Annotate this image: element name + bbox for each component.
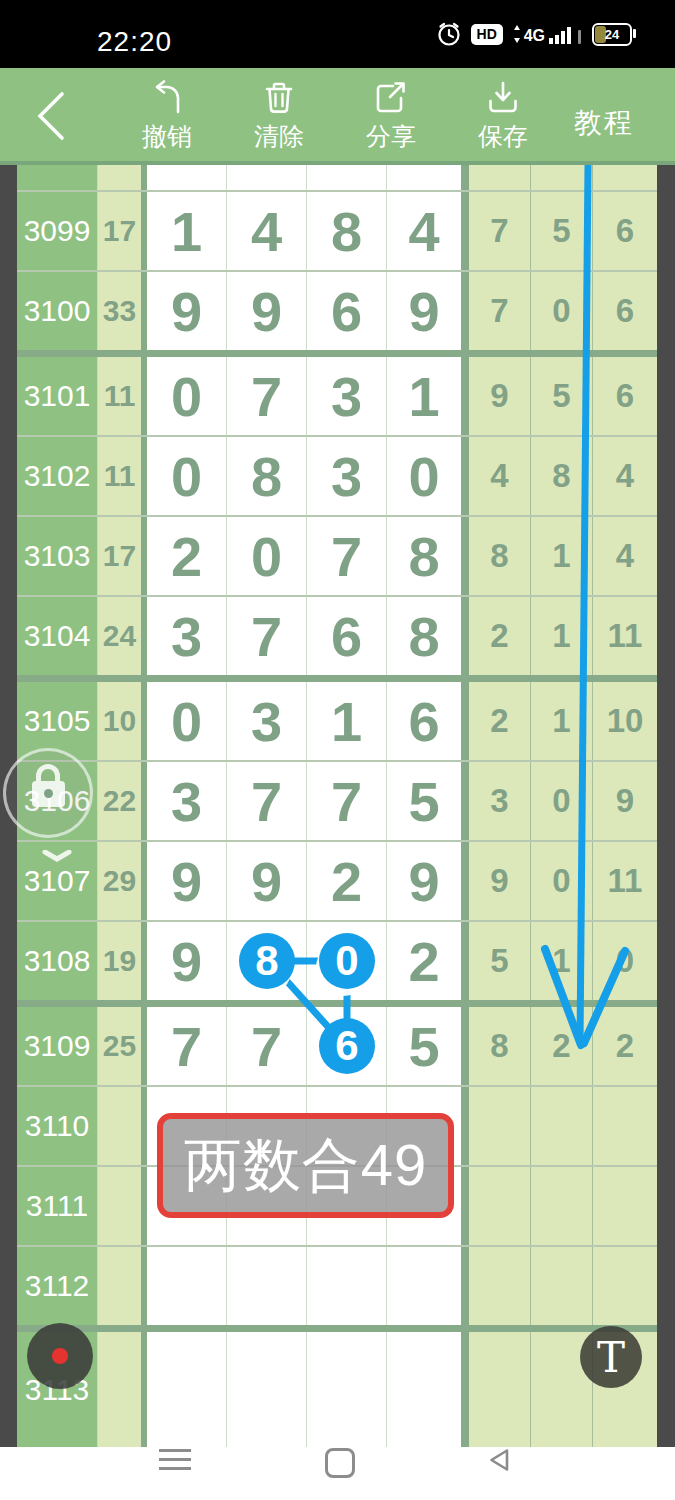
sum-cell: 19 xyxy=(97,922,147,1000)
digit-cell: 2 xyxy=(147,517,227,595)
stat-cell: 8 xyxy=(469,517,531,595)
chart-canvas[interactable]: 3099 17 1 4 8 4 7 5 6 3100 33 9 9 6 9 7 … xyxy=(0,165,675,1447)
sum-cell xyxy=(97,1247,147,1325)
stat-cell xyxy=(531,1167,593,1245)
stat-cell: 1 xyxy=(531,682,593,760)
digit-cell: 4 xyxy=(387,192,469,270)
digit-cell: 8 xyxy=(307,192,387,270)
digit-cell: 0 xyxy=(147,437,227,515)
digit-cell: 3 xyxy=(227,682,307,760)
table-row: 3100 33 9 9 6 9 7 0 6 xyxy=(17,270,657,350)
save-icon xyxy=(484,80,522,116)
sum-cell: 24 xyxy=(97,597,147,675)
network-indicator: 4G xyxy=(512,24,581,44)
share-icon xyxy=(372,80,410,116)
stat-cell: 5 xyxy=(469,922,531,1000)
digit-cell xyxy=(387,1247,469,1325)
digit-cell: 2 xyxy=(387,922,469,1000)
stat-cell xyxy=(531,1087,593,1165)
digit-cell xyxy=(387,165,469,190)
stat-cell: 0 xyxy=(593,922,657,1000)
chevron-down-icon xyxy=(41,850,73,862)
stat-cell xyxy=(531,1247,593,1325)
stat-cell: 2 xyxy=(469,682,531,760)
stat-cell xyxy=(593,1247,657,1325)
sum-cell: 33 xyxy=(97,272,147,350)
digit-cell: 6 xyxy=(387,682,469,760)
sum-cell xyxy=(97,1167,147,1245)
table-row: 3107 29 9 9 2 9 9 0 11 xyxy=(17,840,657,920)
stat-cell: 9 xyxy=(469,842,531,920)
digit-cell xyxy=(147,165,227,190)
stat-cell: 3 xyxy=(469,762,531,840)
table-row: 3103 17 2 0 7 8 8 1 4 xyxy=(17,515,657,595)
updown-arrows-icon xyxy=(512,24,522,44)
note-box: 两数合49 xyxy=(157,1113,454,1218)
digit-cell xyxy=(147,1332,227,1447)
stat-cell xyxy=(469,1167,531,1245)
table-row: 3113 xyxy=(17,1325,657,1447)
digit-cell: 7 xyxy=(227,762,307,840)
stat-cell: 1 xyxy=(531,517,593,595)
digit-cell: 5 xyxy=(387,1007,469,1085)
battery-percent: 24 xyxy=(594,25,630,44)
digit-cell: 7 xyxy=(307,762,387,840)
digit-cell: 9 xyxy=(387,272,469,350)
digit-cell: 9 xyxy=(227,272,307,350)
digit-cell: 7 xyxy=(227,357,307,435)
sum-cell: 25 xyxy=(97,1007,147,1085)
period-cell: 3112 xyxy=(17,1247,97,1325)
digit-cell: 7 xyxy=(227,597,307,675)
digit-cell xyxy=(307,1332,387,1447)
sum-cell: 17 xyxy=(97,192,147,270)
alarm-clock-icon xyxy=(436,21,462,47)
stat-cell: 4 xyxy=(593,437,657,515)
lock-icon xyxy=(36,764,60,781)
status-icons: HD 4G 24 xyxy=(436,0,632,68)
digit-cell xyxy=(227,165,307,190)
digit-cell xyxy=(227,1247,307,1325)
digit-cell: 0 xyxy=(227,517,307,595)
toolbar: 撤销 清除 分享 保存 xyxy=(0,68,675,165)
digit-cell: 8 xyxy=(227,437,307,515)
table-row: 3112 xyxy=(17,1245,657,1325)
digit-cell: 7 xyxy=(307,517,387,595)
app-screen: 22:20 HD 4G xyxy=(0,0,675,1500)
sum-cell: 11 xyxy=(97,357,147,435)
save-label: 保存 xyxy=(455,120,551,153)
digit-cell xyxy=(387,1332,469,1447)
save-button[interactable]: 保存 xyxy=(455,80,551,153)
digit-cell: 3 xyxy=(307,357,387,435)
period-cell: 3110 xyxy=(17,1087,97,1165)
digit-cell: 8 xyxy=(387,597,469,675)
stat-cell: 11 xyxy=(593,597,657,675)
digit-cell: 8 xyxy=(387,517,469,595)
digit-cell: 9 xyxy=(227,842,307,920)
digit-cell: 2 xyxy=(307,842,387,920)
sum-cell xyxy=(97,1332,147,1447)
period-cell: 3102 xyxy=(17,437,97,515)
table-row: 3105 10 0 3 1 6 2 1 10 xyxy=(17,675,657,760)
table-row: 3102 11 0 8 3 0 4 8 4 xyxy=(17,435,657,515)
digit-cell: 1 xyxy=(307,682,387,760)
circled-digit-8: 8 xyxy=(239,933,295,989)
home-icon[interactable] xyxy=(325,1448,355,1478)
signal-bars-icon xyxy=(549,26,573,44)
table-row: 3106 22 3 7 7 5 3 0 9 xyxy=(17,760,657,840)
digit-cell: 6 xyxy=(307,597,387,675)
digit-cell: 7 xyxy=(227,1007,307,1085)
table-row: 3101 11 0 7 3 1 9 5 6 xyxy=(17,350,657,435)
sum-cell xyxy=(97,165,147,190)
stat-cell: 7 xyxy=(469,192,531,270)
stat-cell: 10 xyxy=(593,682,657,760)
stat-cell: 2 xyxy=(469,597,531,675)
stat-cell xyxy=(469,1087,531,1165)
nav-bar xyxy=(0,1447,675,1500)
back-nav-icon[interactable] xyxy=(486,1448,512,1472)
stat-cell xyxy=(469,165,531,190)
digit-cell: 9 xyxy=(147,922,227,1000)
stat-cell xyxy=(593,1167,657,1245)
stat-cell: 4 xyxy=(593,517,657,595)
digit-cell: 3 xyxy=(147,597,227,675)
digit-cell: 6 xyxy=(307,272,387,350)
stat-cell: 0 xyxy=(531,842,593,920)
period-cell: 3101 xyxy=(17,357,97,435)
sum-cell xyxy=(97,1087,147,1165)
period-cell: 3100 xyxy=(17,272,97,350)
period-cell: 3107 xyxy=(17,842,97,920)
share-label: 分享 xyxy=(343,120,439,153)
battery-icon: 24 xyxy=(592,23,632,46)
tutorial-button[interactable]: 教程 xyxy=(574,104,634,142)
table-row: 3099 17 1 4 8 4 7 5 6 xyxy=(17,190,657,270)
undo-label: 撤销 xyxy=(119,120,215,153)
text-tool-button[interactable]: T xyxy=(580,1326,642,1388)
stat-cell: 0 xyxy=(531,762,593,840)
stat-cell: 6 xyxy=(593,192,657,270)
digit-cell: 9 xyxy=(387,842,469,920)
stat-cell: 11 xyxy=(593,842,657,920)
digit-cell: 3 xyxy=(307,437,387,515)
period-cell: 3104 xyxy=(17,597,97,675)
digit-cell: 0 xyxy=(147,357,227,435)
period-cell: 3111 xyxy=(17,1167,97,1245)
stat-cell: 9 xyxy=(593,762,657,840)
clear-button[interactable]: 清除 xyxy=(231,80,327,153)
stat-cell: 1 xyxy=(531,922,593,1000)
sum-cell: 10 xyxy=(97,682,147,760)
period-cell: 3109 xyxy=(17,1007,97,1085)
back-button[interactable] xyxy=(30,90,74,142)
table-row: 3104 24 3 7 6 8 2 1 11 xyxy=(17,595,657,675)
stat-cell: 2 xyxy=(531,1007,593,1085)
digit-cell: 1 xyxy=(147,192,227,270)
sum-cell: 29 xyxy=(97,842,147,920)
sum-cell: 22 xyxy=(97,762,147,840)
period-cell: 3103 xyxy=(17,517,97,595)
stat-cell: 8 xyxy=(531,437,593,515)
period-cell: 3108 xyxy=(17,922,97,1000)
stat-cell xyxy=(531,165,593,190)
menu-icon[interactable] xyxy=(159,1449,191,1471)
stat-cell: 6 xyxy=(593,272,657,350)
digit-cell xyxy=(227,1332,307,1447)
stat-cell: 2 xyxy=(593,1007,657,1085)
digit-cell: 0 xyxy=(147,682,227,760)
stat-cell xyxy=(593,1087,657,1165)
undo-button[interactable]: 撤销 xyxy=(119,80,215,153)
stat-cell: 5 xyxy=(531,192,593,270)
digit-cell xyxy=(147,1247,227,1325)
stat-cell: 1 xyxy=(531,597,593,675)
stat-cell: 8 xyxy=(469,1007,531,1085)
trash-icon xyxy=(260,80,298,116)
stat-cell: 9 xyxy=(469,357,531,435)
circled-digit-0: 0 xyxy=(319,933,375,989)
hd-badge: HD xyxy=(471,24,503,45)
digit-cell xyxy=(307,165,387,190)
stat-cell xyxy=(469,1247,531,1325)
stat-cell: 6 xyxy=(593,357,657,435)
undo-icon xyxy=(148,80,186,116)
digit-cell: 4 xyxy=(227,192,307,270)
sum-cell: 11 xyxy=(97,437,147,515)
circled-digit-6: 6 xyxy=(319,1018,375,1074)
stat-cell xyxy=(593,165,657,190)
stat-cell: 5 xyxy=(531,357,593,435)
network-type: 4G xyxy=(524,28,545,44)
stat-cell: 0 xyxy=(531,272,593,350)
lock-button[interactable] xyxy=(3,748,93,838)
stat-cell xyxy=(469,1332,531,1447)
table-row xyxy=(17,165,657,190)
trend-table: 3099 17 1 4 8 4 7 5 6 3100 33 9 9 6 9 7 … xyxy=(17,165,657,1447)
clear-label: 清除 xyxy=(231,120,327,153)
digit-cell xyxy=(307,1247,387,1325)
digit-cell: 0 xyxy=(387,437,469,515)
status-bar: 22:20 HD 4G xyxy=(0,0,675,68)
period-cell: 3099 xyxy=(17,192,97,270)
digit-cell: 1 xyxy=(387,357,469,435)
signal-separator xyxy=(578,30,581,44)
share-button[interactable]: 分享 xyxy=(343,80,439,153)
digit-cell: 9 xyxy=(147,272,227,350)
stat-cell: 7 xyxy=(469,272,531,350)
digit-cell: 5 xyxy=(387,762,469,840)
record-button[interactable] xyxy=(27,1323,93,1389)
sum-cell: 17 xyxy=(97,517,147,595)
clock-time: 22:20 xyxy=(97,26,172,58)
period-cell xyxy=(17,165,97,190)
digit-cell: 7 xyxy=(147,1007,227,1085)
stat-cell: 4 xyxy=(469,437,531,515)
digit-cell: 3 xyxy=(147,762,227,840)
digit-cell: 9 xyxy=(147,842,227,920)
